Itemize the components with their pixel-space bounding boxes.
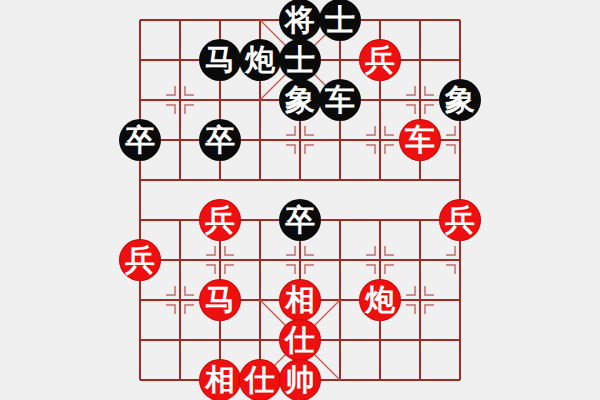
piece-red-soldier[interactable]: 兵 <box>439 199 481 241</box>
piece-black-advisor[interactable]: 士 <box>319 0 361 41</box>
piece-black-cannon[interactable]: 炮 <box>239 39 281 81</box>
piece-red-soldier[interactable]: 兵 <box>199 199 241 241</box>
piece-red-elephant[interactable]: 相 <box>199 359 241 400</box>
piece-black-advisor[interactable]: 士 <box>279 39 321 81</box>
piece-red-elephant[interactable]: 相 <box>279 279 321 321</box>
piece-black-soldier[interactable]: 卒 <box>279 199 321 241</box>
piece-black-soldier[interactable]: 卒 <box>119 119 161 161</box>
piece-black-chariot[interactable]: 车 <box>319 79 361 121</box>
piece-black-soldier[interactable]: 卒 <box>199 119 241 161</box>
piece-red-advisor[interactable]: 仕 <box>279 319 321 361</box>
piece-red-soldier[interactable]: 兵 <box>359 39 401 81</box>
piece-red-advisor[interactable]: 仕 <box>239 359 281 400</box>
xiangqi-board-screen: 将士马炮士象车象卒卒卒兵车兵兵兵马相炮仕相仕帅 <box>0 0 600 400</box>
piece-red-cannon[interactable]: 炮 <box>359 279 401 321</box>
piece-red-chariot[interactable]: 车 <box>399 119 441 161</box>
piece-black-horse[interactable]: 马 <box>199 39 241 81</box>
piece-black-general[interactable]: 将 <box>279 0 321 41</box>
piece-red-general[interactable]: 帅 <box>279 359 321 400</box>
piece-red-soldier[interactable]: 兵 <box>119 239 161 281</box>
piece-black-elephant[interactable]: 象 <box>279 79 321 121</box>
piece-black-elephant[interactable]: 象 <box>439 79 481 121</box>
piece-red-horse[interactable]: 马 <box>199 279 241 321</box>
